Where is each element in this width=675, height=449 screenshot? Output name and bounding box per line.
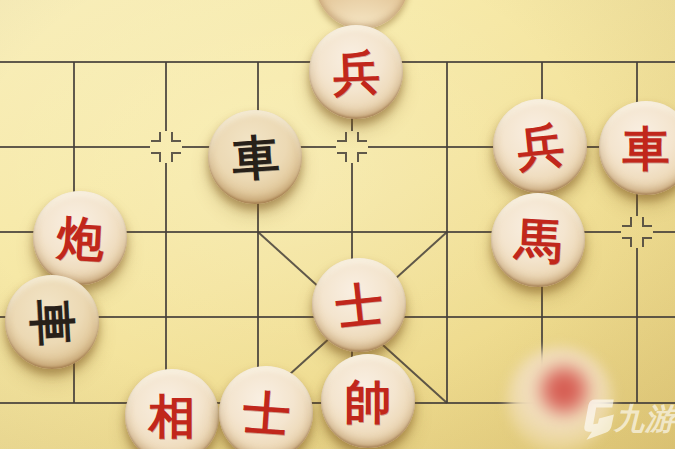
piece-glyph: 士 bbox=[333, 279, 385, 331]
piece-red-advisor-d1[interactable]: 士 bbox=[219, 366, 313, 449]
piece-glyph: 士 bbox=[241, 388, 291, 438]
piece-blurred-piece-g1 bbox=[507, 347, 613, 449]
piece-red-soldier-g4[interactable]: 兵 bbox=[493, 99, 587, 193]
piece-glyph: 相 bbox=[149, 393, 196, 440]
piece-black-chariot-b2[interactable]: 車 bbox=[5, 275, 99, 369]
piece-glyph: 車 bbox=[230, 132, 280, 182]
piece-red-cannon-b3[interactable]: 炮 bbox=[33, 191, 127, 285]
point-marker-h3 bbox=[622, 217, 652, 247]
piece-glyph: 帥 bbox=[345, 378, 392, 425]
piece-red-horse-g3[interactable]: 馬 bbox=[491, 193, 585, 287]
piece-red-soldier-e5[interactable]: 兵 bbox=[309, 25, 403, 119]
piece-black-chariot-d4[interactable]: 車 bbox=[208, 110, 302, 204]
point-marker-e4 bbox=[337, 132, 367, 162]
piece-glyph: 兵 bbox=[514, 120, 566, 172]
blurred-red-character bbox=[533, 361, 595, 419]
piece-red-advisor-e2[interactable]: 士 bbox=[312, 258, 406, 352]
piece-glyph: 兵 bbox=[332, 48, 381, 97]
xiangqi-board-photo: 兵車兵車馬炮車士相士帥 九游 bbox=[0, 0, 675, 449]
piece-glyph: 馬 bbox=[513, 215, 562, 264]
piece-glyph: 車 bbox=[623, 125, 670, 172]
point-marker-c4 bbox=[151, 132, 181, 162]
piece-glyph: 炮 bbox=[55, 213, 104, 262]
piece-glyph: 車 bbox=[27, 297, 76, 346]
piece-red-general-e1[interactable]: 帥 bbox=[321, 354, 415, 448]
